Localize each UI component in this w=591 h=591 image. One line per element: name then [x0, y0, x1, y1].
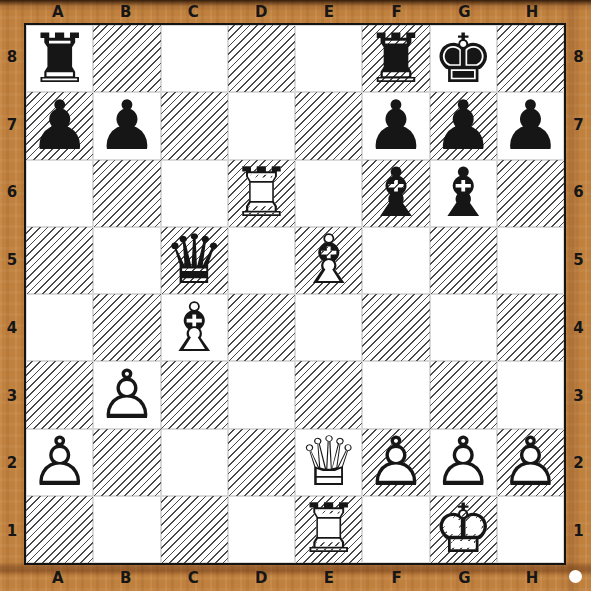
- rank-label-right-7: 7: [566, 91, 591, 159]
- piece-white-pawn-a2[interactable]: ♟♙: [26, 429, 93, 496]
- square-a7[interactable]: ♟: [26, 92, 93, 159]
- square-f2[interactable]: ♟♙: [362, 429, 429, 496]
- square-d8[interactable]: [228, 25, 295, 92]
- piece-white-rook-e1[interactable]: ♜♖: [295, 496, 362, 563]
- piece-white-queen-e2[interactable]: ♛♕: [295, 429, 362, 496]
- black-queen-icon: ♛: [161, 227, 228, 294]
- rank-label-left-3: 3: [0, 362, 24, 430]
- square-h7[interactable]: ♟: [497, 92, 564, 159]
- square-e4[interactable]: [295, 294, 362, 361]
- white-rook-icon: ♖: [295, 496, 362, 563]
- black-pawn-icon: ♟: [93, 92, 160, 159]
- square-b3[interactable]: ♟♙: [93, 361, 160, 428]
- rank-label-right-8: 8: [566, 23, 591, 91]
- white-rook-icon: ♖: [228, 160, 295, 227]
- square-g5[interactable]: [430, 227, 497, 294]
- square-e5[interactable]: ♝♗: [295, 227, 362, 294]
- white-king-icon: ♔: [430, 496, 497, 563]
- square-a5[interactable]: [26, 227, 93, 294]
- square-h5[interactable]: [497, 227, 564, 294]
- square-c6[interactable]: [161, 160, 228, 227]
- piece-white-pawn-h2[interactable]: ♟♙: [497, 429, 564, 496]
- black-rook-icon: ♜: [26, 25, 93, 92]
- rank-label-right-2: 2: [566, 430, 591, 498]
- black-pawn-icon: ♟: [497, 92, 564, 159]
- square-g8[interactable]: ♚: [430, 25, 497, 92]
- piece-white-pawn-b3[interactable]: ♟♙: [93, 361, 160, 428]
- square-b8[interactable]: [93, 25, 160, 92]
- square-d1[interactable]: [228, 496, 295, 563]
- square-e1[interactable]: ♜♖: [295, 496, 362, 563]
- file-label-bottom-h: H: [498, 564, 566, 591]
- white-queen-icon: ♕: [295, 429, 362, 496]
- piece-black-queen-c5[interactable]: ♛: [161, 227, 228, 294]
- square-b4[interactable]: [93, 294, 160, 361]
- square-c2[interactable]: [161, 429, 228, 496]
- white-pawn-icon: ♙: [93, 361, 160, 428]
- rank-labels-right: 87654321: [566, 23, 591, 565]
- rank-label-right-1: 1: [566, 497, 591, 565]
- rank-labels-left: 87654321: [0, 23, 24, 565]
- file-label-top-d: D: [227, 0, 295, 23]
- black-pawn-icon: ♟: [26, 92, 93, 159]
- piece-black-pawn-f7[interactable]: ♟: [362, 92, 429, 159]
- square-a4[interactable]: [26, 294, 93, 361]
- file-label-bottom-a: A: [24, 564, 92, 591]
- file-label-top-h: H: [498, 0, 566, 23]
- square-f7[interactable]: ♟: [362, 92, 429, 159]
- file-label-bottom-d: D: [227, 564, 295, 591]
- square-a8[interactable]: ♜: [26, 25, 93, 92]
- rank-label-right-4: 4: [566, 294, 591, 362]
- white-pawn-icon: ♙: [430, 429, 497, 496]
- piece-black-king-g8[interactable]: ♚: [430, 25, 497, 92]
- piece-black-rook-a8[interactable]: ♜: [26, 25, 93, 92]
- file-label-top-c: C: [160, 0, 228, 23]
- square-b1[interactable]: [93, 496, 160, 563]
- square-e2[interactable]: ♛♕: [295, 429, 362, 496]
- square-f6[interactable]: ♝: [362, 160, 429, 227]
- piece-black-bishop-g6[interactable]: ♝: [430, 160, 497, 227]
- square-e8[interactable]: [295, 25, 362, 92]
- square-e3[interactable]: [295, 361, 362, 428]
- file-label-bottom-b: B: [92, 564, 160, 591]
- piece-black-pawn-b7[interactable]: ♟: [93, 92, 160, 159]
- rank-label-right-3: 3: [566, 362, 591, 430]
- square-d2[interactable]: [228, 429, 295, 496]
- square-b5[interactable]: [93, 227, 160, 294]
- square-d6[interactable]: ♜♖: [228, 160, 295, 227]
- square-f5[interactable]: [362, 227, 429, 294]
- chess-diagram: ABCDEFGH ABCDEFGH 87654321 87654321 ♜♜♚♟…: [0, 0, 591, 591]
- square-c4[interactable]: ♝♗: [161, 294, 228, 361]
- black-pawn-icon: ♟: [430, 92, 497, 159]
- square-g6[interactable]: ♝: [430, 160, 497, 227]
- piece-white-bishop-c4[interactable]: ♝♗: [161, 294, 228, 361]
- piece-white-pawn-g2[interactable]: ♟♙: [430, 429, 497, 496]
- square-f4[interactable]: [362, 294, 429, 361]
- square-f3[interactable]: [362, 361, 429, 428]
- square-h3[interactable]: [497, 361, 564, 428]
- file-label-bottom-f: F: [363, 564, 431, 591]
- square-h1[interactable]: [497, 496, 564, 563]
- square-e6[interactable]: [295, 160, 362, 227]
- file-label-top-b: B: [92, 0, 160, 23]
- square-h6[interactable]: [497, 160, 564, 227]
- square-c5[interactable]: ♛: [161, 227, 228, 294]
- square-a1[interactable]: [26, 496, 93, 563]
- square-g4[interactable]: [430, 294, 497, 361]
- square-g2[interactable]: ♟♙: [430, 429, 497, 496]
- square-b2[interactable]: [93, 429, 160, 496]
- square-a6[interactable]: [26, 160, 93, 227]
- square-d5[interactable]: [228, 227, 295, 294]
- white-to-move-indicator: [569, 570, 582, 583]
- piece-black-bishop-f6[interactable]: ♝: [362, 160, 429, 227]
- square-e7[interactable]: [295, 92, 362, 159]
- piece-black-rook-f8[interactable]: ♜: [362, 25, 429, 92]
- square-c1[interactable]: [161, 496, 228, 563]
- black-king-icon: ♚: [430, 25, 497, 92]
- file-labels-bottom: ABCDEFGH: [24, 564, 566, 591]
- rank-label-left-6: 6: [0, 159, 24, 227]
- rank-label-left-2: 2: [0, 430, 24, 498]
- white-pawn-icon: ♙: [497, 429, 564, 496]
- chess-board: ♜♜♚♟♟♟♟♟♜♖♝♝♛♝♗♝♗♟♙♟♙♛♕♟♙♟♙♟♙♜♖♚♔: [24, 23, 566, 565]
- square-h2[interactable]: ♟♙: [497, 429, 564, 496]
- square-d3[interactable]: [228, 361, 295, 428]
- square-b7[interactable]: ♟: [93, 92, 160, 159]
- rank-label-left-1: 1: [0, 497, 24, 565]
- piece-white-bishop-e5[interactable]: ♝♗: [295, 227, 362, 294]
- piece-black-pawn-a7[interactable]: ♟: [26, 92, 93, 159]
- square-g7[interactable]: ♟: [430, 92, 497, 159]
- file-label-bottom-e: E: [295, 564, 363, 591]
- square-f8[interactable]: ♜: [362, 25, 429, 92]
- square-a3[interactable]: [26, 361, 93, 428]
- black-bishop-icon: ♝: [430, 160, 497, 227]
- square-a2[interactable]: ♟♙: [26, 429, 93, 496]
- white-pawn-icon: ♙: [26, 429, 93, 496]
- file-label-bottom-g: G: [431, 564, 499, 591]
- white-bishop-icon: ♗: [161, 294, 228, 361]
- square-c8[interactable]: [161, 25, 228, 92]
- piece-white-king-g1[interactable]: ♚♔: [430, 496, 497, 563]
- piece-white-rook-d6[interactable]: ♜♖: [228, 160, 295, 227]
- square-d7[interactable]: [228, 92, 295, 159]
- rank-label-left-7: 7: [0, 91, 24, 159]
- rank-label-right-5: 5: [566, 226, 591, 294]
- white-bishop-icon: ♗: [295, 227, 362, 294]
- black-bishop-icon: ♝: [362, 160, 429, 227]
- file-label-top-e: E: [295, 0, 363, 23]
- rank-label-left-4: 4: [0, 294, 24, 362]
- square-c3[interactable]: [161, 361, 228, 428]
- rank-label-left-5: 5: [0, 226, 24, 294]
- square-h4[interactable]: [497, 294, 564, 361]
- square-h8[interactable]: [497, 25, 564, 92]
- rank-label-left-8: 8: [0, 23, 24, 91]
- square-g3[interactable]: [430, 361, 497, 428]
- piece-black-pawn-g7[interactable]: ♟: [430, 92, 497, 159]
- black-pawn-icon: ♟: [362, 92, 429, 159]
- file-label-bottom-c: C: [160, 564, 228, 591]
- black-rook-icon: ♜: [362, 25, 429, 92]
- piece-white-pawn-f2[interactable]: ♟♙: [362, 429, 429, 496]
- square-c7[interactable]: [161, 92, 228, 159]
- square-g1[interactable]: ♚♔: [430, 496, 497, 563]
- white-pawn-icon: ♙: [362, 429, 429, 496]
- square-d4[interactable]: [228, 294, 295, 361]
- square-b6[interactable]: [93, 160, 160, 227]
- square-f1[interactable]: [362, 496, 429, 563]
- piece-black-pawn-h7[interactable]: ♟: [497, 92, 564, 159]
- rank-label-right-6: 6: [566, 159, 591, 227]
